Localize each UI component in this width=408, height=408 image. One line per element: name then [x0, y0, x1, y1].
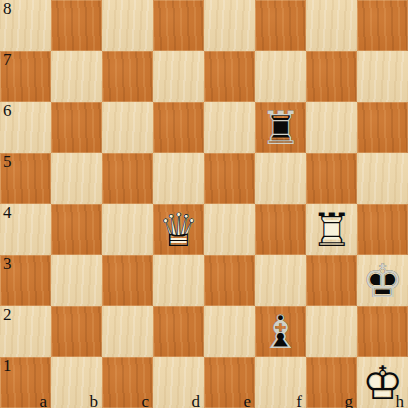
square-h3[interactable]: ♚♔: [357, 255, 408, 306]
square-f6[interactable]: ♜♖: [255, 102, 306, 153]
white-rook-icon: ♜: [306, 204, 357, 255]
square-d4[interactable]: ♛♕: [153, 204, 204, 255]
file-label: e: [243, 393, 251, 408]
square-e4[interactable]: [204, 204, 255, 255]
square-c3[interactable]: [102, 255, 153, 306]
square-b7[interactable]: [51, 51, 102, 102]
square-d6[interactable]: [153, 102, 204, 153]
square-g5[interactable]: [306, 153, 357, 204]
square-a1[interactable]: 1a: [0, 357, 51, 408]
square-g2[interactable]: [306, 306, 357, 357]
square-c8[interactable]: [102, 0, 153, 51]
white-queen-outline-icon: ♕: [153, 204, 204, 255]
square-a2[interactable]: 2: [0, 306, 51, 357]
square-e2[interactable]: [204, 306, 255, 357]
square-b2[interactable]: [51, 306, 102, 357]
square-h6[interactable]: [357, 102, 408, 153]
file-label: g: [345, 393, 354, 408]
square-h4[interactable]: [357, 204, 408, 255]
square-d3[interactable]: [153, 255, 204, 306]
square-f7[interactable]: [255, 51, 306, 102]
black-king-icon: ♚: [357, 255, 408, 306]
rank-label: 7: [3, 51, 12, 68]
rank-label: 4: [3, 204, 12, 221]
square-f8[interactable]: [255, 0, 306, 51]
square-c7[interactable]: [102, 51, 153, 102]
file-label: d: [192, 393, 201, 408]
piece-f6-black-rook[interactable]: ♜♖: [255, 102, 306, 153]
square-e7[interactable]: [204, 51, 255, 102]
square-a6[interactable]: 6: [0, 102, 51, 153]
rank-label: 3: [3, 255, 12, 272]
white-king-icon: ♚: [357, 357, 408, 408]
square-g7[interactable]: [306, 51, 357, 102]
square-b1[interactable]: b: [51, 357, 102, 408]
square-a5[interactable]: 5: [0, 153, 51, 204]
square-h7[interactable]: [357, 51, 408, 102]
square-b3[interactable]: [51, 255, 102, 306]
square-h2[interactable]: [357, 306, 408, 357]
white-queen-icon: ♛: [153, 204, 204, 255]
square-h1[interactable]: h♚♔: [357, 357, 408, 408]
square-c1[interactable]: c: [102, 357, 153, 408]
square-f2[interactable]: ♝♗: [255, 306, 306, 357]
square-a3[interactable]: 3: [0, 255, 51, 306]
file-label: a: [39, 393, 47, 408]
rank-label: 5: [3, 153, 12, 170]
file-label: b: [90, 393, 99, 408]
square-d5[interactable]: [153, 153, 204, 204]
black-bishop-outline-icon: ♗: [255, 306, 306, 357]
rank-label: 6: [3, 102, 12, 119]
piece-h3-black-king[interactable]: ♚♔: [357, 255, 408, 306]
file-label: f: [296, 393, 302, 408]
square-a8[interactable]: 8: [0, 0, 51, 51]
piece-h1-white-king[interactable]: ♚♔: [357, 357, 408, 408]
black-rook-outline-icon: ♖: [255, 102, 306, 153]
square-d1[interactable]: d: [153, 357, 204, 408]
black-rook-icon: ♜: [255, 102, 306, 153]
piece-d4-white-queen[interactable]: ♛♕: [153, 204, 204, 255]
square-b5[interactable]: [51, 153, 102, 204]
chess-board: 876♜♖54♛♕♜♖3♚♔2♝♗1abcdefgh♚♔: [0, 0, 408, 408]
square-f5[interactable]: [255, 153, 306, 204]
square-c4[interactable]: [102, 204, 153, 255]
square-c6[interactable]: [102, 102, 153, 153]
square-f3[interactable]: [255, 255, 306, 306]
square-d7[interactable]: [153, 51, 204, 102]
square-b8[interactable]: [51, 0, 102, 51]
square-e8[interactable]: [204, 0, 255, 51]
square-g6[interactable]: [306, 102, 357, 153]
square-c5[interactable]: [102, 153, 153, 204]
square-b6[interactable]: [51, 102, 102, 153]
file-label: c: [141, 393, 149, 408]
square-e6[interactable]: [204, 102, 255, 153]
rank-label: 1: [3, 357, 12, 374]
rank-label: 8: [3, 0, 12, 17]
white-king-outline-icon: ♔: [357, 357, 408, 408]
square-f1[interactable]: f: [255, 357, 306, 408]
square-g4[interactable]: ♜♖: [306, 204, 357, 255]
piece-f2-black-bishop[interactable]: ♝♗: [255, 306, 306, 357]
square-h8[interactable]: [357, 0, 408, 51]
square-c2[interactable]: [102, 306, 153, 357]
white-rook-outline-icon: ♖: [306, 204, 357, 255]
square-e5[interactable]: [204, 153, 255, 204]
rank-label: 2: [3, 306, 12, 323]
square-d2[interactable]: [153, 306, 204, 357]
square-g1[interactable]: g: [306, 357, 357, 408]
square-f4[interactable]: [255, 204, 306, 255]
square-b4[interactable]: [51, 204, 102, 255]
piece-g4-white-rook[interactable]: ♜♖: [306, 204, 357, 255]
square-e1[interactable]: e: [204, 357, 255, 408]
square-g8[interactable]: [306, 0, 357, 51]
square-a7[interactable]: 7: [0, 51, 51, 102]
square-h5[interactable]: [357, 153, 408, 204]
square-d8[interactable]: [153, 0, 204, 51]
square-a4[interactable]: 4: [0, 204, 51, 255]
square-e3[interactable]: [204, 255, 255, 306]
black-bishop-icon: ♝: [255, 306, 306, 357]
square-g3[interactable]: [306, 255, 357, 306]
black-king-outline-icon: ♔: [357, 255, 408, 306]
